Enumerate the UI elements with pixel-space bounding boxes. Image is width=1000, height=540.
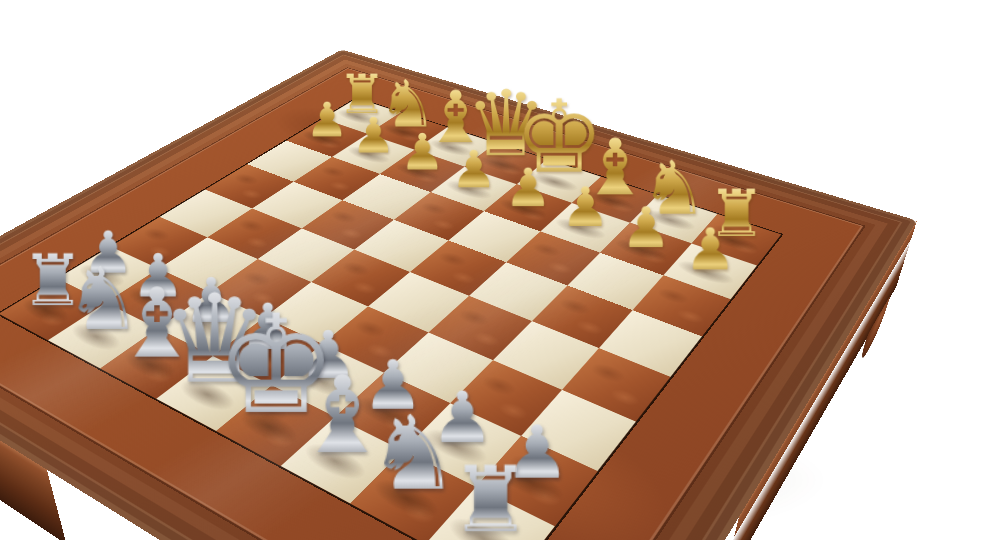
chess-set-photo: ♜♞♝♛♚♝♞♜♟♟♟♟♟♟♟♟♟♟♟♟♟♟♟♟♜♞♝♛♚♝♞♜	[0, 0, 1000, 540]
piece-black-pawn: ♟	[352, 111, 396, 160]
piece-black-pawn: ♟	[504, 161, 552, 214]
piece-black-pawn: ♟	[451, 144, 497, 196]
piece-black-pawn: ♟	[306, 96, 349, 144]
chessboard: ♜♞♝♛♚♝♞♜♟♟♟♟♟♟♟♟♟♟♟♟♟♟♟♟♜♞♝♛♚♝♞♜	[0, 98, 781, 540]
piece-black-pawn: ♟	[400, 127, 445, 177]
chess-case: ♜♞♝♛♚♝♞♜♟♟♟♟♟♟♟♟♟♟♟♟♟♟♟♟♜♞♝♛♚♝♞♜	[0, 50, 917, 540]
square-c5	[302, 200, 394, 249]
piece-white-rook: ♜	[450, 455, 532, 540]
piece-black-pawn: ♟	[561, 180, 610, 235]
board-3d-stage: ♜♞♝♛♚♝♞♜♟♟♟♟♟♟♟♟♟♟♟♟♟♟♟♟♜♞♝♛♚♝♞♜	[0, 0, 1000, 540]
piece-black-pawn: ♟	[621, 200, 671, 256]
board-burl-border: ♜♞♝♛♚♝♞♜♟♟♟♟♟♟♟♟♟♟♟♟♟♟♟♟♜♞♝♛♚♝♞♜	[0, 68, 863, 540]
piece-black-pawn: ♟	[684, 220, 736, 278]
piece-white-knight: ♞	[367, 402, 459, 505]
